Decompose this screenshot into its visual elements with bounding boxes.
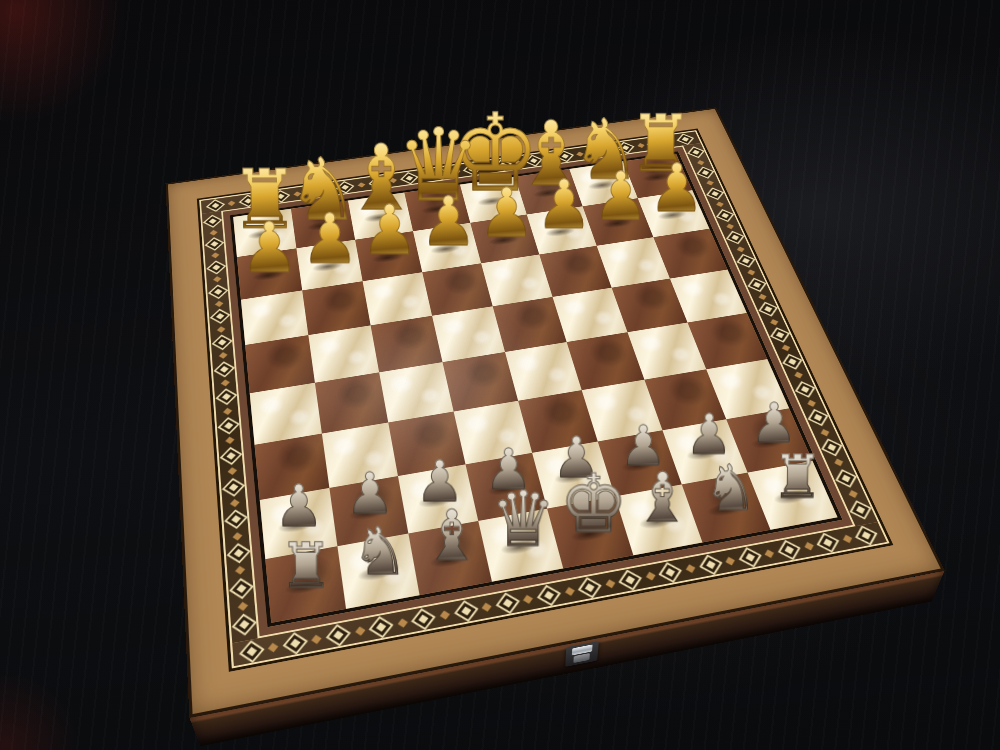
- board-top-surface: ♜♞♝♛♚♝♞♜♟♟♟♟♟♟♟♟♟♟♟♟♟♟♟♟♜♞♝♛♚♝♞♜: [165, 107, 944, 718]
- clasp-latch[interactable]: [565, 641, 599, 667]
- inlay-gold-diamond: [747, 270, 755, 276]
- chess-board-box: ♜♞♝♛♚♝♞♜♟♟♟♟♟♟♟♟♟♟♟♟♟♟♟♟♜♞♝♛♚♝♞♜: [165, 107, 944, 718]
- silver-rook-a1[interactable]: ♜: [234, 534, 379, 597]
- scene: ♜♞♝♛♚♝♞♜♟♟♟♟♟♟♟♟♟♟♟♟♟♟♟♟♜♞♝♛♚♝♞♜: [0, 0, 1000, 750]
- gold-pawn-a7[interactable]: ♟: [210, 213, 328, 282]
